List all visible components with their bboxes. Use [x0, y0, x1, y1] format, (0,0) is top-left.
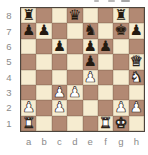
file-label-g: g [113, 134, 128, 148]
square-f3[interactable] [98, 85, 113, 100]
square-d2[interactable] [67, 100, 82, 115]
square-a7[interactable]: ♟ [21, 23, 36, 38]
white-pawn-c3[interactable]: ♟ [53, 84, 66, 99]
square-b3[interactable] [36, 85, 51, 100]
file-label-a: a [21, 134, 36, 148]
square-f8[interactable] [98, 8, 113, 23]
square-c1[interactable] [52, 116, 67, 131]
black-pawn-a7[interactable]: ♟ [22, 23, 35, 38]
white-pawn-g2[interactable]: ♟ [114, 100, 127, 115]
white-pawn-h2[interactable]: ♟ [130, 100, 143, 115]
rank-label-5: 5 [0, 54, 18, 69]
black-rook-g8[interactable]: ♜ [114, 8, 127, 23]
square-a6[interactable] [21, 39, 36, 54]
black-pawn-e5[interactable]: ♟ [84, 54, 97, 69]
square-h7[interactable]: ♟ [129, 23, 144, 38]
square-c5[interactable] [52, 54, 67, 69]
square-f5[interactable] [98, 54, 113, 69]
square-c2[interactable]: ♟ [52, 100, 67, 115]
square-d3[interactable]: ♟ [67, 85, 82, 100]
square-g1[interactable]: ♚ [113, 116, 128, 131]
square-g5[interactable] [113, 54, 128, 69]
black-queen-d8[interactable]: ♛ [68, 8, 81, 23]
square-f1[interactable]: ♜ [98, 116, 113, 131]
rank-label-7: 7 [0, 23, 18, 38]
black-pawn-e6[interactable]: ♟ [84, 38, 97, 53]
square-b7[interactable]: ♟ [36, 23, 51, 38]
chess-board: ♜♛♜♟♟♞♚♟♟♟♟♟♛♟♞♟♟♟♟♟♟♜♜♚ [20, 7, 145, 132]
square-f6[interactable]: ♟ [98, 39, 113, 54]
square-d6[interactable] [67, 39, 82, 54]
file-labels: abcdefgh [21, 134, 144, 148]
rank-label-3: 3 [0, 85, 18, 100]
square-a4[interactable] [21, 70, 36, 85]
rank-labels: 87654321 [0, 8, 18, 131]
square-e1[interactable] [83, 116, 98, 131]
square-h2[interactable]: ♟ [129, 100, 144, 115]
square-a5[interactable] [21, 54, 36, 69]
white-pawn-e4[interactable]: ♟ [84, 69, 97, 84]
file-label-f: f [98, 134, 113, 148]
square-d5[interactable] [67, 54, 82, 69]
square-c8[interactable] [52, 8, 67, 23]
square-g7[interactable]: ♚ [113, 23, 128, 38]
clipped-text-fragment [121, 0, 130, 2]
black-pawn-h7[interactable]: ♟ [130, 23, 143, 38]
square-c6[interactable]: ♟ [52, 39, 67, 54]
black-king-g7[interactable]: ♚ [114, 23, 127, 38]
square-g4[interactable] [113, 70, 128, 85]
square-b5[interactable] [36, 54, 51, 69]
clipped-text-fragment [94, 0, 99, 2]
chess-diagram: 87654321 ♜♛♜♟♟♞♚♟♟♟♟♟♛♟♞♟♟♟♟♟♟♜♜♚ abcdef… [0, 0, 148, 155]
file-label-e: e [83, 134, 98, 148]
square-b6[interactable] [36, 39, 51, 54]
white-pawn-c2[interactable]: ♟ [53, 100, 66, 115]
white-queen-h5[interactable]: ♛ [130, 54, 143, 69]
white-knight-h4[interactable]: ♞ [130, 69, 143, 84]
black-rook-a8[interactable]: ♜ [22, 8, 35, 23]
white-pawn-d3[interactable]: ♟ [68, 84, 81, 99]
square-h4[interactable]: ♞ [129, 70, 144, 85]
file-label-h: h [129, 134, 144, 148]
square-b2[interactable] [36, 100, 51, 115]
square-e4[interactable]: ♟ [83, 70, 98, 85]
square-g6[interactable] [113, 39, 128, 54]
square-b4[interactable] [36, 70, 51, 85]
file-label-d: d [67, 134, 82, 148]
square-a1[interactable]: ♜ [21, 116, 36, 131]
clipped-text-fragment [108, 0, 115, 2]
white-pawn-a2[interactable]: ♟ [22, 100, 35, 115]
black-pawn-b7[interactable]: ♟ [38, 23, 51, 38]
square-f4[interactable] [98, 70, 113, 85]
rank-label-1: 1 [0, 116, 18, 131]
white-rook-f1[interactable]: ♜ [99, 115, 112, 130]
white-rook-a1[interactable]: ♜ [22, 115, 35, 130]
square-d7[interactable] [67, 23, 82, 38]
white-king-g1[interactable]: ♚ [114, 115, 127, 130]
square-d8[interactable]: ♛ [67, 8, 82, 23]
rank-label-4: 4 [0, 70, 18, 85]
file-label-c: c [52, 134, 67, 148]
clipped-header-text [94, 0, 138, 2]
square-d1[interactable] [67, 116, 82, 131]
square-h1[interactable] [129, 116, 144, 131]
square-e3[interactable] [83, 85, 98, 100]
file-label-b: b [36, 134, 51, 148]
rank-label-6: 6 [0, 39, 18, 54]
black-pawn-f6[interactable]: ♟ [99, 38, 112, 53]
black-pawn-c6[interactable]: ♟ [53, 38, 66, 53]
rank-label-8: 8 [0, 8, 18, 23]
square-b1[interactable] [36, 116, 51, 131]
black-knight-e7[interactable]: ♞ [84, 23, 97, 38]
rank-label-2: 2 [0, 100, 18, 115]
square-e2[interactable] [83, 100, 98, 115]
